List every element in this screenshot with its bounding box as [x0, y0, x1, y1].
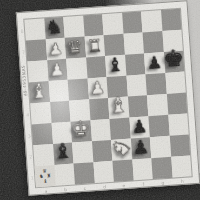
file-label-g: g: [161, 180, 164, 185]
square-f7: [123, 32, 144, 54]
file-label-c: c: [84, 185, 87, 190]
board-grid: ♛♞♜♝: [24, 9, 191, 187]
square-h2: [169, 134, 190, 156]
square-a5: [29, 81, 50, 103]
rank-label-6: 6: [23, 70, 26, 75]
rank-label-7: 7: [22, 49, 25, 54]
square-c4: [69, 99, 90, 121]
square-e3: [109, 118, 130, 140]
square-d3: [90, 119, 111, 141]
square-b7: [45, 38, 66, 60]
square-d7: [84, 35, 105, 57]
square-h8: [160, 9, 181, 31]
square-c2: [72, 141, 93, 163]
rank-label-2: 2: [29, 154, 32, 159]
square-h1: [171, 155, 192, 177]
square-f4: [127, 95, 148, 117]
square-a4: [30, 102, 51, 124]
square-f8: [122, 11, 143, 33]
rank-label-1: 1: [31, 175, 34, 180]
square-e4: [108, 97, 129, 119]
file-label-e: e: [122, 183, 125, 188]
square-d1: [93, 161, 114, 183]
rank-label-3: 3: [28, 133, 31, 138]
file-label-a: a: [45, 188, 48, 193]
square-c5: [68, 78, 89, 100]
square-f3: [129, 116, 150, 138]
square-a8: [24, 18, 45, 40]
file-label-d: d: [103, 184, 106, 189]
square-d6: [86, 56, 107, 78]
square-e6: [105, 55, 126, 77]
square-a2: [33, 144, 54, 166]
rank-label-4: 4: [26, 112, 29, 117]
square-e2: [111, 139, 132, 161]
square-b8: [44, 17, 65, 39]
square-c6: [66, 57, 87, 79]
square-h5: [165, 72, 186, 94]
square-a7: [26, 39, 47, 61]
rank-label-8: 8: [20, 28, 23, 33]
file-label-b: b: [64, 187, 67, 192]
rank-label-5: 5: [25, 91, 28, 96]
square-d2: [91, 140, 112, 162]
square-d4: [89, 98, 110, 120]
square-b3: [51, 122, 72, 144]
square-b1: [54, 164, 75, 186]
file-label-f: f: [142, 181, 144, 186]
square-h3: [168, 114, 189, 136]
square-h6: [163, 51, 184, 73]
square-f2: [130, 137, 151, 159]
square-a3: [32, 123, 53, 145]
square-a1: ♛♞♜♝: [35, 165, 56, 187]
square-f6: [125, 53, 146, 75]
chess-board: 49-4953MAS ♛♞♜♝ ♞♟♛♜♟♝♟♚♝♟♝♚♝♞♟♟ abcdefg…: [16, 0, 200, 196]
square-c1: [73, 162, 94, 184]
square-d5: [87, 77, 108, 99]
square-f5: [126, 74, 147, 96]
chessboard-photo: 49-4953MAS ♛♞♜♝ ♞♟♛♜♟♝♟♚♝♟♝♚♝♞♟♟ abcdefg…: [0, 0, 200, 200]
square-e5: [107, 76, 128, 98]
square-g4: [147, 94, 168, 116]
board-maker-logo: ♛♞♜♝: [35, 165, 56, 187]
square-a6: [27, 60, 48, 82]
square-b6: [47, 59, 68, 81]
square-g2: [150, 136, 171, 158]
square-e1: [112, 159, 133, 181]
square-g8: [141, 10, 162, 32]
square-c8: [63, 16, 84, 38]
square-e8: [102, 13, 123, 35]
square-c3: [71, 120, 92, 142]
square-d8: [83, 14, 104, 36]
square-b5: [48, 80, 69, 102]
square-h7: [162, 30, 183, 52]
square-g3: [148, 115, 169, 137]
square-e7: [104, 34, 125, 56]
file-label-h: h: [181, 178, 184, 183]
square-g6: [144, 52, 165, 74]
square-c7: [65, 37, 86, 59]
square-g5: [145, 73, 166, 95]
square-f1: [132, 158, 153, 180]
square-b4: [50, 101, 71, 123]
square-g7: [143, 31, 164, 53]
square-g1: [151, 157, 172, 179]
square-h4: [166, 93, 187, 115]
square-b2: [53, 143, 74, 165]
